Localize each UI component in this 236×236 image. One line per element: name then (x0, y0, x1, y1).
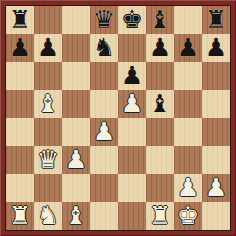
square-c6[interactable] (62, 62, 90, 90)
square-d1[interactable] (90, 202, 118, 230)
square-a1[interactable]: ♜ (6, 202, 34, 230)
square-d7[interactable]: ♞ (90, 34, 118, 62)
square-h5[interactable] (202, 90, 230, 118)
black-pawn[interactable]: ♟ (9, 34, 31, 62)
white-bishop[interactable]: ♝ (37, 90, 59, 118)
square-c4[interactable] (62, 118, 90, 146)
square-f8[interactable]: ♝ (146, 6, 174, 34)
white-pawn[interactable]: ♟ (121, 90, 143, 118)
square-b6[interactable] (34, 62, 62, 90)
square-b1[interactable]: ♞ (34, 202, 62, 230)
square-e6[interactable]: ♟ (118, 62, 146, 90)
square-h3[interactable] (202, 146, 230, 174)
square-e8[interactable]: ♚ (118, 6, 146, 34)
square-g7[interactable]: ♟ (174, 34, 202, 62)
square-h4[interactable] (202, 118, 230, 146)
white-knight[interactable]: ♞ (37, 202, 59, 230)
white-bishop[interactable]: ♝ (65, 202, 87, 230)
square-g1[interactable]: ♚ (174, 202, 202, 230)
square-c1[interactable]: ♝ (62, 202, 90, 230)
square-d3[interactable] (90, 146, 118, 174)
square-c8[interactable] (62, 6, 90, 34)
square-d5[interactable] (90, 90, 118, 118)
square-e3[interactable] (118, 146, 146, 174)
square-e2[interactable] (118, 174, 146, 202)
square-b3[interactable]: ♛ (34, 146, 62, 174)
square-b2[interactable] (34, 174, 62, 202)
white-pawn[interactable]: ♟ (205, 174, 227, 202)
black-rook[interactable]: ♜ (205, 6, 227, 34)
square-c2[interactable] (62, 174, 90, 202)
square-e7[interactable] (118, 34, 146, 62)
black-bishop[interactable]: ♝ (149, 90, 171, 118)
square-g4[interactable] (174, 118, 202, 146)
white-rook[interactable]: ♜ (149, 202, 171, 230)
white-pawn[interactable]: ♟ (93, 118, 115, 146)
square-f3[interactable] (146, 146, 174, 174)
square-a6[interactable] (6, 62, 34, 90)
square-h1[interactable] (202, 202, 230, 230)
square-f5[interactable]: ♝ (146, 90, 174, 118)
board-frame: ♜♛♚♝♜♟♟♞♟♟♟♟♝♟♝♟♛♟♟♟♜♞♝♜♚ (0, 0, 236, 236)
white-king[interactable]: ♚ (177, 202, 199, 230)
black-pawn[interactable]: ♟ (37, 34, 59, 62)
square-e1[interactable] (118, 202, 146, 230)
square-c3[interactable]: ♟ (62, 146, 90, 174)
square-h8[interactable]: ♜ (202, 6, 230, 34)
square-b4[interactable] (34, 118, 62, 146)
black-rook[interactable]: ♜ (9, 6, 31, 34)
square-f2[interactable] (146, 174, 174, 202)
square-g5[interactable] (174, 90, 202, 118)
square-g6[interactable] (174, 62, 202, 90)
square-b7[interactable]: ♟ (34, 34, 62, 62)
square-h7[interactable]: ♟ (202, 34, 230, 62)
square-a7[interactable]: ♟ (6, 34, 34, 62)
black-pawn[interactable]: ♟ (177, 34, 199, 62)
square-e5[interactable]: ♟ (118, 90, 146, 118)
black-pawn[interactable]: ♟ (205, 34, 227, 62)
square-f4[interactable] (146, 118, 174, 146)
square-a4[interactable] (6, 118, 34, 146)
square-d8[interactable]: ♛ (90, 6, 118, 34)
square-h2[interactable]: ♟ (202, 174, 230, 202)
square-a2[interactable] (6, 174, 34, 202)
square-a5[interactable] (6, 90, 34, 118)
square-e4[interactable] (118, 118, 146, 146)
square-a8[interactable]: ♜ (6, 6, 34, 34)
black-queen[interactable]: ♛ (93, 6, 115, 34)
white-rook[interactable]: ♜ (9, 202, 31, 230)
square-f6[interactable] (146, 62, 174, 90)
white-pawn[interactable]: ♟ (177, 174, 199, 202)
black-bishop[interactable]: ♝ (149, 6, 171, 34)
square-c7[interactable] (62, 34, 90, 62)
chess-board: ♜♛♚♝♜♟♟♞♟♟♟♟♝♟♝♟♛♟♟♟♜♞♝♜♚ (6, 6, 230, 230)
white-pawn[interactable]: ♟ (65, 146, 87, 174)
square-b8[interactable] (34, 6, 62, 34)
black-pawn[interactable]: ♟ (121, 62, 143, 90)
square-b5[interactable]: ♝ (34, 90, 62, 118)
black-pawn[interactable]: ♟ (149, 34, 171, 62)
square-f7[interactable]: ♟ (146, 34, 174, 62)
black-king[interactable]: ♚ (121, 6, 143, 34)
square-f1[interactable]: ♜ (146, 202, 174, 230)
square-g8[interactable] (174, 6, 202, 34)
square-h6[interactable] (202, 62, 230, 90)
white-queen[interactable]: ♛ (37, 146, 59, 174)
square-a3[interactable] (6, 146, 34, 174)
square-c5[interactable] (62, 90, 90, 118)
black-knight[interactable]: ♞ (93, 34, 115, 62)
square-g3[interactable] (174, 146, 202, 174)
square-d2[interactable] (90, 174, 118, 202)
square-d6[interactable] (90, 62, 118, 90)
square-g2[interactable]: ♟ (174, 174, 202, 202)
square-d4[interactable]: ♟ (90, 118, 118, 146)
